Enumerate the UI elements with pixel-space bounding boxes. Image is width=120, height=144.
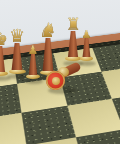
queen-brass-top-icon: ♛ (9, 27, 25, 45)
knight-brass-top-icon: ♞ (39, 20, 57, 40)
piece-shadow (79, 61, 96, 66)
knight-wood-body (41, 38, 56, 71)
fallen-piece-base-medallion (52, 77, 60, 85)
piece-queen-b8[interactable]: ♛ (7, 27, 27, 74)
photo-scene: ♚♛♟♞♜♟ (0, 0, 120, 144)
queen-wood-body (10, 43, 25, 70)
piece-pawn-g8[interactable]: ♟ (79, 29, 94, 61)
piece-pawn-c7[interactable]: ♟ (25, 44, 41, 79)
king-wood-body (0, 46, 7, 72)
pawn-wood-body (27, 54, 39, 75)
king-brass-top-icon: ♚ (0, 31, 8, 48)
piece-king-a8[interactable]: ♚ (0, 31, 9, 76)
rook-wood-body (66, 31, 80, 57)
piece-pawn-e6-fallen[interactable] (46, 71, 65, 90)
piece-shadow (25, 79, 43, 84)
